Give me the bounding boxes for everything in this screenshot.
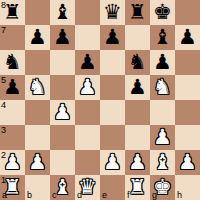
- square-d5[interactable]: ♟: [75, 75, 100, 100]
- square-b4[interactable]: [25, 100, 50, 125]
- file-label-b: b: [27, 191, 32, 200]
- square-g1[interactable]: g♚: [150, 175, 175, 200]
- piece-black-pawn[interactable]: ♟: [0, 75, 25, 100]
- piece-black-pawn[interactable]: ♟: [175, 25, 200, 50]
- piece-white-pawn[interactable]: ♟: [0, 150, 25, 175]
- piece-black-queen[interactable]: ♛: [100, 0, 125, 25]
- square-d1[interactable]: d♛: [75, 175, 100, 200]
- square-g3[interactable]: ♟: [150, 125, 175, 150]
- chess-board-container: 8♜♝♛♜♚7♟♟♟♝♟♞♟♞♟5♟♞♟♟♞4♟3♟2♟♟♟♟♝♟1a♜bc♝d…: [0, 0, 200, 200]
- square-e3[interactable]: [100, 125, 125, 150]
- piece-black-knight[interactable]: ♞: [125, 50, 150, 75]
- square-g5[interactable]: ♞: [150, 75, 175, 100]
- piece-black-pawn[interactable]: ♟: [75, 50, 100, 75]
- square-g2[interactable]: ♝: [150, 150, 175, 175]
- rank-label-4: 4: [1, 101, 6, 110]
- piece-white-queen[interactable]: ♛: [75, 175, 100, 200]
- square-f8[interactable]: ♜: [125, 0, 150, 25]
- square-g7[interactable]: ♝: [150, 25, 175, 50]
- square-c7[interactable]: ♟: [50, 25, 75, 50]
- square-f7[interactable]: [125, 25, 150, 50]
- file-label-h: h: [177, 191, 182, 200]
- square-h1[interactable]: h: [175, 175, 200, 200]
- square-h6[interactable]: [175, 50, 200, 75]
- square-d2[interactable]: [75, 150, 100, 175]
- square-a8[interactable]: 8♜: [0, 0, 25, 25]
- square-c8[interactable]: ♝: [50, 0, 75, 25]
- piece-white-pawn[interactable]: ♟: [100, 150, 125, 175]
- piece-black-knight[interactable]: ♞: [0, 50, 25, 75]
- piece-white-pawn[interactable]: ♟: [125, 150, 150, 175]
- square-f2[interactable]: ♟: [125, 150, 150, 175]
- square-e6[interactable]: [100, 50, 125, 75]
- square-e5[interactable]: [100, 75, 125, 100]
- piece-black-rook[interactable]: ♜: [0, 0, 25, 25]
- square-b8[interactable]: [25, 0, 50, 25]
- square-g4[interactable]: [150, 100, 175, 125]
- square-e8[interactable]: ♛: [100, 0, 125, 25]
- piece-white-knight[interactable]: ♞: [150, 75, 175, 100]
- square-a2[interactable]: 2♟: [0, 150, 25, 175]
- square-f3[interactable]: [125, 125, 150, 150]
- square-h3[interactable]: [175, 125, 200, 150]
- piece-white-pawn[interactable]: ♟: [75, 75, 100, 100]
- piece-white-rook[interactable]: ♜: [0, 175, 25, 200]
- square-g8[interactable]: ♚: [150, 0, 175, 25]
- square-h2[interactable]: ♟: [175, 150, 200, 175]
- square-b5[interactable]: ♞: [25, 75, 50, 100]
- square-e4[interactable]: [100, 100, 125, 125]
- square-h5[interactable]: [175, 75, 200, 100]
- square-h8[interactable]: [175, 0, 200, 25]
- square-c2[interactable]: [50, 150, 75, 175]
- square-a6[interactable]: ♞: [0, 50, 25, 75]
- square-f6[interactable]: ♞: [125, 50, 150, 75]
- piece-black-bishop[interactable]: ♝: [50, 0, 75, 25]
- rank-label-3: 3: [1, 126, 6, 135]
- piece-black-rook[interactable]: ♜: [125, 0, 150, 25]
- square-h4[interactable]: [175, 100, 200, 125]
- square-a5[interactable]: 5♟: [0, 75, 25, 100]
- chess-board: 8♜♝♛♜♚7♟♟♟♝♟♞♟♞♟5♟♞♟♟♞4♟3♟2♟♟♟♟♝♟1a♜bc♝d…: [0, 0, 200, 200]
- piece-white-pawn[interactable]: ♟: [150, 125, 175, 150]
- piece-white-pawn[interactable]: ♟: [25, 150, 50, 175]
- square-d3[interactable]: [75, 125, 100, 150]
- file-label-e: e: [102, 191, 107, 200]
- piece-black-pawn[interactable]: ♟: [100, 25, 125, 50]
- square-f1[interactable]: f♜: [125, 175, 150, 200]
- rank-label-7: 7: [1, 26, 6, 35]
- square-b3[interactable]: [25, 125, 50, 150]
- square-c1[interactable]: c♝: [50, 175, 75, 200]
- square-c3[interactable]: [50, 125, 75, 150]
- square-d4[interactable]: [75, 100, 100, 125]
- piece-white-bishop[interactable]: ♝: [150, 150, 175, 175]
- piece-black-bishop[interactable]: ♝: [150, 25, 175, 50]
- square-a7[interactable]: 7: [0, 25, 25, 50]
- piece-white-bishop[interactable]: ♝: [50, 175, 75, 200]
- square-d7[interactable]: [75, 25, 100, 50]
- square-d8[interactable]: [75, 0, 100, 25]
- square-a4[interactable]: 4: [0, 100, 25, 125]
- square-b1[interactable]: b: [25, 175, 50, 200]
- square-e1[interactable]: e: [100, 175, 125, 200]
- square-h7[interactable]: ♟: [175, 25, 200, 50]
- square-c5[interactable]: [50, 75, 75, 100]
- piece-black-pawn[interactable]: ♟: [25, 25, 50, 50]
- piece-black-king[interactable]: ♚: [150, 0, 175, 25]
- piece-black-pawn[interactable]: ♟: [125, 75, 150, 100]
- piece-white-knight[interactable]: ♞: [25, 75, 50, 100]
- square-c4[interactable]: ♟: [50, 100, 75, 125]
- square-g6[interactable]: ♟: [150, 50, 175, 75]
- square-b2[interactable]: ♟: [25, 150, 50, 175]
- square-e7[interactable]: ♟: [100, 25, 125, 50]
- square-b6[interactable]: [25, 50, 50, 75]
- square-f5[interactable]: ♟: [125, 75, 150, 100]
- piece-white-pawn[interactable]: ♟: [175, 150, 200, 175]
- piece-black-pawn[interactable]: ♟: [150, 50, 175, 75]
- piece-white-pawn[interactable]: ♟: [50, 100, 75, 125]
- square-c6[interactable]: [50, 50, 75, 75]
- square-a1[interactable]: 1a♜: [0, 175, 25, 200]
- square-b7[interactable]: ♟: [25, 25, 50, 50]
- square-f4[interactable]: [125, 100, 150, 125]
- piece-white-rook[interactable]: ♜: [125, 175, 150, 200]
- piece-white-king[interactable]: ♚: [150, 175, 175, 200]
- square-a3[interactable]: 3: [0, 125, 25, 150]
- piece-black-pawn[interactable]: ♟: [50, 25, 75, 50]
- square-e2[interactable]: ♟: [100, 150, 125, 175]
- square-d6[interactable]: ♟: [75, 50, 100, 75]
